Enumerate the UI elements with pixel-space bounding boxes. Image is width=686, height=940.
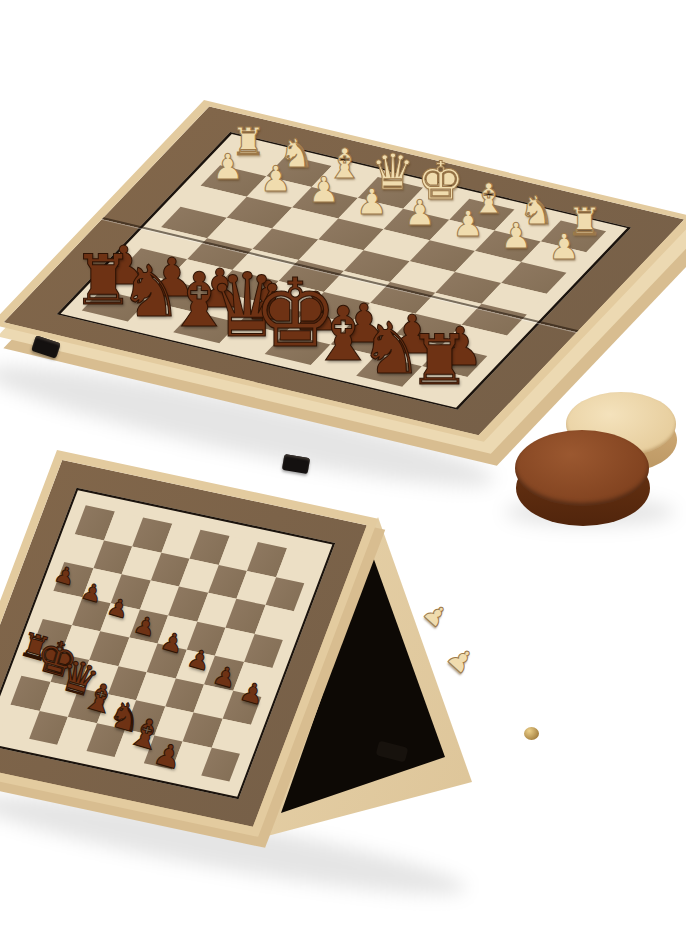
magnet-piece-p-1: ♟: [78, 578, 104, 606]
magnet-piece-p-7: ♟: [237, 678, 267, 710]
magnet-piece-p-4: ♟: [158, 628, 186, 658]
disc-top: [515, 430, 649, 506]
magnet-piece-p-6: ♟: [210, 661, 240, 693]
magnet-piece-p-2: ♟: [105, 595, 132, 624]
checkers-disc-brown: [515, 430, 651, 530]
magnet-piece-p-0: ♟: [52, 562, 78, 589]
product-photo: ♜♞♝♛♚♝♞♜♟♟♟♟♟♟♟♟♟♟♟♟♟♟♟♟♜♞♝♛♚♝♞♜ ♟♟♟♟♟♟♟…: [0, 0, 686, 940]
magnet-piece-p-3: ♟: [131, 612, 159, 641]
magnet-piece-p-5: ♟: [184, 645, 213, 676]
